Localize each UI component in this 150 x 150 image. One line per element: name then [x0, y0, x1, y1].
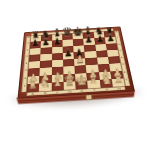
- black-queen-d8[interactable]: ♛: [62, 26, 73, 38]
- board-squares: ♜♞♝♛♚♝♞♜♟♟♟♟♟♟♟♟♟♟♟♟♟♟♟♟♜♞♝♛♚♝♞♜: [27, 31, 125, 92]
- black-pawn-b7[interactable]: ♟: [40, 37, 51, 47]
- white-rook-a1[interactable]: ♜: [26, 79, 39, 91]
- coordinate-label: B: [39, 91, 51, 95]
- coordinate-label: F: [88, 88, 101, 92]
- coordinate-label: D: [64, 90, 76, 94]
- clasp: [85, 94, 92, 100]
- square-d1[interactable]: ♛: [63, 81, 75, 90]
- product-photo: ABCDEFGH ABCDEFGH 87654321 87654321 ♜♞♝♛…: [0, 0, 150, 150]
- square-h1[interactable]: ♜: [111, 78, 125, 87]
- coordinate-label: E: [76, 89, 89, 93]
- black-pawn-d5[interactable]: ♟: [62, 48, 74, 58]
- black-pawn-h7[interactable]: ♟: [105, 33, 116, 43]
- square-e1[interactable]: ♚: [75, 80, 88, 89]
- square-a1[interactable]: ♜: [27, 83, 40, 92]
- square-g1[interactable]: ♞: [99, 79, 112, 88]
- white-king-e1[interactable]: ♚: [75, 73, 88, 88]
- square-h5[interactable]: [107, 50, 119, 57]
- square-g4[interactable]: [96, 57, 108, 65]
- coordinate-label: A: [27, 92, 40, 96]
- coordinate-label: 1: [125, 78, 129, 86]
- chess-board: ABCDEFGH ABCDEFGH 87654321 87654321 ♜♞♝♛…: [17, 26, 134, 98]
- white-knight-g1[interactable]: ♞: [99, 73, 112, 86]
- white-pawn-e4[interactable]: ♟: [74, 54, 86, 64]
- coordinate-label: H: [113, 87, 126, 91]
- square-c1[interactable]: ♝: [51, 82, 63, 91]
- square-b1[interactable]: ♞: [39, 83, 51, 92]
- coordinate-label: 1: [23, 84, 26, 92]
- white-knight-b1[interactable]: ♞: [38, 77, 51, 90]
- black-pawn-c7[interactable]: ♟: [51, 36, 62, 46]
- coordinate-label: G: [100, 87, 113, 91]
- black-pawn-g7[interactable]: ♟: [94, 33, 105, 43]
- black-pawn-f7[interactable]: ♟: [83, 34, 94, 44]
- chess-set-photo: ABCDEFGH ABCDEFGH 87654321 87654321 ♜♞♝♛…: [0, 0, 150, 150]
- white-rook-h1[interactable]: ♜: [112, 74, 125, 86]
- white-bishop-c1[interactable]: ♝: [51, 76, 64, 89]
- square-f1[interactable]: ♝: [87, 80, 100, 89]
- white-bishop-f1[interactable]: ♝: [87, 73, 100, 86]
- white-queen-d1[interactable]: ♛: [63, 74, 76, 88]
- coordinate-label: C: [51, 90, 63, 94]
- black-king-e8[interactable]: ♚: [72, 25, 83, 38]
